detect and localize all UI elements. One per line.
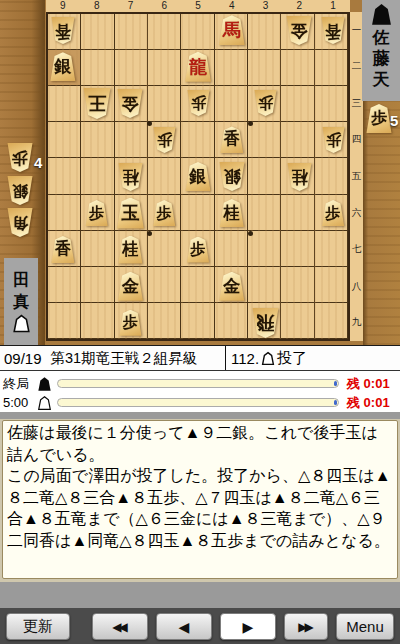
rank-label: 七 [350,231,363,268]
white-piece-move-icon [261,351,275,366]
player-name-char: 藤 [373,48,390,69]
board-cell [315,303,348,339]
gote-clock-row: 5:00 残 0:01 [0,393,400,412]
move-number: 112. [231,350,259,367]
file-label: 9 [46,0,80,12]
board-cell [148,231,181,267]
move-label: 投了 [277,349,307,368]
info-bar: 09/19 第31期竜王戦２組昇級 112. 投了 [0,345,400,371]
board-cell [315,158,348,194]
board-cell [215,50,248,86]
board-cell [315,267,348,303]
board-cell [248,231,281,267]
board-cell [81,122,114,158]
player-name-char: 真 [13,291,29,313]
divider-strip [0,412,400,419]
board-cell [81,50,114,86]
gote-time-bar [57,398,339,407]
board-cell [181,267,214,303]
board-cell [181,14,214,50]
board-cell [281,303,314,339]
rewind-button-label: ◀◀ [112,620,127,634]
divider-strip [0,582,400,608]
board-cell [315,50,348,86]
board-cell [248,195,281,231]
sente-player-box: 佐藤天 [362,0,400,101]
board-cell [248,267,281,303]
player-name-char: 天 [373,69,390,90]
board-region: 987654321 一二三四五六七八九 佐藤天 田真 香馬金香銀龍王金歩歩歩香歩… [0,0,400,345]
step-forward-button[interactable]: ▶ [220,613,276,640]
sente-clock-label: 終局 [3,375,36,393]
white-piece-icon [12,313,31,334]
board-cell [215,303,248,339]
gote-remaining-time: 残 0:01 [347,394,397,412]
board-cell [48,195,81,231]
board-cell [48,158,81,194]
board-cell [48,122,81,158]
gote-player-box: 田真 [4,258,38,345]
board-cell [148,267,181,303]
board-cell [115,50,148,86]
gote-time-tick [334,400,337,405]
board-cell [81,231,114,267]
commentary-panel: 佐藤は最後に１分使って▲９二銀。これで後手玉は詰んでいる。 この局面で澤田が投了… [2,420,398,579]
board-cell [148,14,181,50]
board-cell [81,267,114,303]
board-cell [148,50,181,86]
board-cell [115,14,148,50]
fast-forward-button[interactable]: ▶▶ [284,613,328,640]
board-cell [181,122,214,158]
update-button-label: 更新 [23,617,53,636]
rank-label: 五 [350,158,363,195]
black-piece-icon [370,2,393,27]
board-cell [148,158,181,194]
board-cell [215,86,248,122]
sente-time-bar [57,379,339,388]
white-piece-icon [36,395,53,411]
event-title: 第31期竜王戦２組昇級 [51,349,198,368]
gote-clock-label: 5:00 [3,395,36,410]
file-label: 2 [282,0,316,12]
step-back-button[interactable]: ◀ [156,613,212,640]
file-label: 7 [114,0,148,12]
board-cell [281,267,314,303]
rewind-button[interactable]: ◀◀ [92,613,148,640]
file-coordinates: 987654321 [46,0,350,12]
sente-hand-count: 5 [390,112,398,129]
rank-label: 八 [350,268,363,305]
gote-player-name: 田真 [13,269,29,313]
sente-remaining-time: 残 0:01 [347,375,397,393]
sente-time-tick [334,381,337,386]
toolbar: 更新◀◀◀▶▶▶Menu [0,608,400,644]
board-cell [281,86,314,122]
board-cell [248,50,281,86]
board-cell [115,122,148,158]
sente-clock-row: 終局 残 0:01 [0,374,400,393]
commentary-paragraph: 佐藤は最後に１分使って▲９二銀。これで後手玉は詰んでいる。 [7,422,393,465]
file-label: 6 [147,0,181,12]
file-label: 4 [215,0,249,12]
gote-hand-count: 4 [34,154,42,171]
board-cell [281,122,314,158]
board-cell [281,231,314,267]
board-cell [248,122,281,158]
clock-panel: 終局 残 0:01 5:00 残 0:01 [0,371,400,412]
player-name-char: 田 [13,269,29,291]
board-cell [81,14,114,50]
shogi-live-app: 987654321 一二三四五六七八九 佐藤天 田真 香馬金香銀龍王金歩歩歩香歩… [0,0,400,644]
board-cell [48,303,81,339]
commentary-band: 佐藤は最後に１分使って▲９二銀。これで後手玉は詰んでいる。 この局面で澤田が投了… [0,419,400,582]
board-cell [48,86,81,122]
board-cell [181,195,214,231]
file-label: 3 [249,0,283,12]
board-cell [281,195,314,231]
star-point [147,231,152,236]
update-button[interactable]: 更新 [6,613,70,640]
file-label: 8 [80,0,114,12]
board-cell [81,303,114,339]
rank-label: 六 [350,195,363,232]
step-forward-button-label: ▶ [243,619,254,635]
board-cell [148,303,181,339]
menu-button-label: Menu [346,618,384,635]
rank-label: 九 [350,305,363,342]
file-label: 5 [181,0,215,12]
board-cell [215,231,248,267]
board-cell [181,303,214,339]
star-point [248,231,253,236]
step-back-button-label: ◀ [179,619,190,635]
board-cell [248,158,281,194]
menu-button[interactable]: Menu [336,613,394,640]
sente-player-name: 佐藤天 [373,27,390,90]
board-cell [315,231,348,267]
fast-forward-button-label: ▶▶ [298,620,313,634]
board-cell [281,50,314,86]
board-cell [81,158,114,194]
current-move: 112. 投了 [226,349,307,368]
game-info: 09/19 第31期竜王戦２組昇級 [0,346,226,370]
star-point [147,121,152,126]
board-cell [248,14,281,50]
black-piece-icon [36,376,53,392]
game-date: 09/19 [4,350,42,367]
player-name-char: 佐 [373,27,390,48]
commentary-paragraph: この局面で澤田が投了した。投了から、△８四玉は▲８二竜△８三合▲８五歩、△７四玉… [7,465,393,551]
board-cell [315,86,348,122]
board-cell [48,267,81,303]
file-label: 1 [316,0,350,12]
board-cell [148,86,181,122]
rank-label: 四 [350,122,363,159]
